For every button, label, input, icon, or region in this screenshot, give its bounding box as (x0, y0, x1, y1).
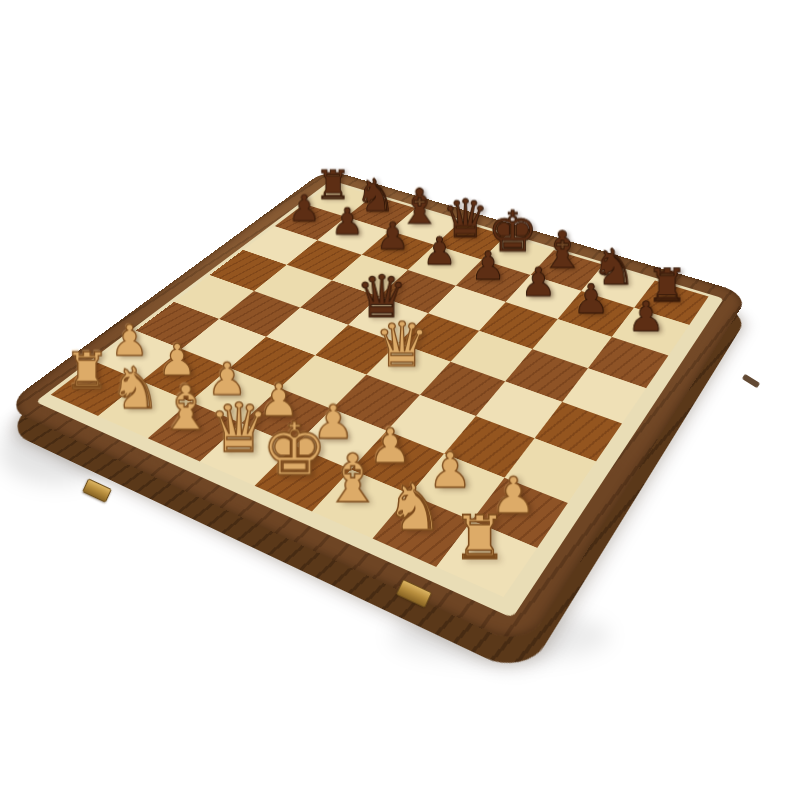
black-pawn-g7[interactable]: ♟ (562, 279, 620, 320)
square-h4[interactable] (534, 402, 622, 462)
board-frame: ♜♞♝♛♚♝♞♜♟♟♟♟♟♟♟♟♛♛♟♟♟♟♟♟♟♟♜♞♝♛♚♝♞♜ (3, 169, 750, 649)
folding-chess-board: ♜♞♝♛♚♝♞♜♟♟♟♟♟♟♟♟♛♛♟♟♟♟♟♟♟♟♜♞♝♛♚♝♞♜ (3, 169, 750, 649)
brass-clasp-left (82, 478, 112, 503)
hinge-seam (742, 374, 760, 389)
black-pawn-d7[interactable]: ♟ (412, 232, 467, 270)
black-pawn-h7[interactable]: ♟ (616, 296, 675, 338)
black-pawn-f7[interactable]: ♟ (510, 263, 567, 303)
square-h7[interactable]: ♟ (612, 308, 689, 356)
black-pawn-e7[interactable]: ♟ (460, 247, 516, 286)
white-rook-h1[interactable]: ♜ (442, 508, 517, 568)
white-knight-g1[interactable]: ♞ (378, 475, 451, 540)
white-queen-e4[interactable]: ♛ (371, 313, 433, 375)
square-g4[interactable] (476, 381, 562, 438)
board-inner-border: ♜♞♝♛♚♝♞♜♟♟♟♟♟♟♟♟♛♛♟♟♟♟♟♟♟♟♜♞♝♛♚♝♞♜ (35, 180, 724, 618)
